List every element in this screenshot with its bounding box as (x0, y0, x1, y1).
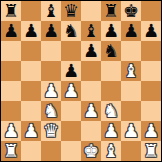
white-bishop-piece[interactable]: ♝ (123, 61, 139, 81)
black-pawn-piece[interactable]: ♟ (83, 41, 99, 61)
square-e4[interactable] (81, 81, 101, 101)
black-pawn-piece[interactable]: ♟ (3, 21, 19, 41)
square-g4[interactable] (121, 81, 141, 101)
white-pawn-piece[interactable]: ♟ (103, 121, 119, 141)
square-h6[interactable] (141, 41, 161, 61)
square-d6[interactable] (61, 41, 81, 61)
square-a3[interactable] (1, 101, 21, 121)
black-queen-piece[interactable]: ♛ (63, 1, 79, 21)
white-pawn-piece[interactable]: ♟ (43, 81, 59, 101)
square-e1[interactable]: ♚ (81, 141, 101, 161)
square-c8[interactable]: ♝ (41, 1, 61, 21)
black-pawn-piece[interactable]: ♟ (63, 61, 79, 81)
square-c7[interactable]: ♟ (41, 21, 61, 41)
square-b1[interactable] (21, 141, 41, 161)
square-f8[interactable]: ♜ (101, 1, 121, 21)
square-c4[interactable]: ♟ (41, 81, 61, 101)
square-d5[interactable]: ♟ (61, 61, 81, 81)
square-e2[interactable] (81, 121, 101, 141)
square-d7[interactable]: ♞ (61, 21, 81, 41)
square-h5[interactable] (141, 61, 161, 81)
black-pawn-piece[interactable]: ♟ (123, 21, 139, 41)
square-b6[interactable] (21, 41, 41, 61)
square-f2[interactable]: ♟ (101, 121, 121, 141)
black-pawn-piece[interactable]: ♟ (23, 21, 39, 41)
white-king-piece[interactable]: ♚ (83, 141, 99, 161)
black-bishop-piece[interactable]: ♝ (43, 1, 59, 21)
square-f5[interactable] (101, 61, 121, 81)
square-f6[interactable]: ♞ (101, 41, 121, 61)
square-a5[interactable] (1, 61, 21, 81)
white-pawn-piece[interactable]: ♟ (63, 81, 79, 101)
square-d2[interactable] (61, 121, 81, 141)
white-queen-piece[interactable]: ♛ (43, 121, 59, 141)
square-c1[interactable] (41, 141, 61, 161)
black-rook-piece[interactable]: ♜ (3, 1, 19, 21)
square-a7[interactable]: ♟ (1, 21, 21, 41)
square-a4[interactable] (1, 81, 21, 101)
black-pawn-piece[interactable]: ♟ (43, 21, 59, 41)
square-e8[interactable] (81, 1, 101, 21)
square-f4[interactable] (101, 81, 121, 101)
white-knight-piece[interactable]: ♞ (43, 101, 59, 121)
square-h4[interactable] (141, 81, 161, 101)
square-d4[interactable]: ♟ (61, 81, 81, 101)
black-knight-piece[interactable]: ♞ (63, 21, 79, 41)
square-d1[interactable] (61, 141, 81, 161)
square-a8[interactable]: ♜ (1, 1, 21, 21)
white-pawn-piece[interactable]: ♟ (23, 121, 39, 141)
square-d8[interactable]: ♛ (61, 1, 81, 21)
square-g6[interactable] (121, 41, 141, 61)
square-h8[interactable] (141, 1, 161, 21)
square-b8[interactable] (21, 1, 41, 21)
square-c3[interactable]: ♞ (41, 101, 61, 121)
square-g8[interactable]: ♚ (121, 1, 141, 21)
square-d3[interactable] (61, 101, 81, 121)
white-bishop-piece[interactable]: ♝ (103, 141, 119, 161)
square-h2[interactable]: ♟ (141, 121, 161, 141)
white-pawn-piece[interactable]: ♟ (123, 121, 139, 141)
square-e3[interactable]: ♟ (81, 101, 101, 121)
square-c5[interactable] (41, 61, 61, 81)
square-h1[interactable]: ♜ (141, 141, 161, 161)
black-bishop-piece[interactable]: ♝ (83, 21, 99, 41)
black-knight-piece[interactable]: ♞ (103, 41, 119, 61)
square-f1[interactable]: ♝ (101, 141, 121, 161)
black-king-piece[interactable]: ♚ (123, 1, 139, 21)
square-h7[interactable]: ♟ (141, 21, 161, 41)
square-b5[interactable] (21, 61, 41, 81)
square-g3[interactable] (121, 101, 141, 121)
square-g7[interactable]: ♟ (121, 21, 141, 41)
square-e7[interactable]: ♝ (81, 21, 101, 41)
white-pawn-piece[interactable]: ♟ (143, 121, 159, 141)
square-e6[interactable]: ♟ (81, 41, 101, 61)
black-pawn-piece[interactable]: ♟ (103, 21, 119, 41)
square-f7[interactable]: ♟ (101, 21, 121, 41)
white-pawn-piece[interactable]: ♟ (83, 101, 99, 121)
white-rook-piece[interactable]: ♜ (3, 141, 19, 161)
white-knight-piece[interactable]: ♞ (103, 101, 119, 121)
square-b3[interactable] (21, 101, 41, 121)
square-c2[interactable]: ♛ (41, 121, 61, 141)
square-a6[interactable] (1, 41, 21, 61)
square-e5[interactable] (81, 61, 101, 81)
square-g1[interactable] (121, 141, 141, 161)
square-h3[interactable] (141, 101, 161, 121)
chess-board: ♜♝♛♜♚♟♟♟♞♝♟♟♟♟♞♟♝♟♟♞♟♞♟♟♛♟♟♟♜♚♝♜ (0, 0, 162, 162)
black-rook-piece[interactable]: ♜ (103, 1, 119, 21)
square-b7[interactable]: ♟ (21, 21, 41, 41)
white-rook-piece[interactable]: ♜ (143, 141, 159, 161)
white-pawn-piece[interactable]: ♟ (3, 121, 19, 141)
square-g2[interactable]: ♟ (121, 121, 141, 141)
square-a1[interactable]: ♜ (1, 141, 21, 161)
square-f3[interactable]: ♞ (101, 101, 121, 121)
square-b2[interactable]: ♟ (21, 121, 41, 141)
black-pawn-piece[interactable]: ♟ (143, 21, 159, 41)
square-c6[interactable] (41, 41, 61, 61)
square-a2[interactable]: ♟ (1, 121, 21, 141)
square-b4[interactable] (21, 81, 41, 101)
square-g5[interactable]: ♝ (121, 61, 141, 81)
